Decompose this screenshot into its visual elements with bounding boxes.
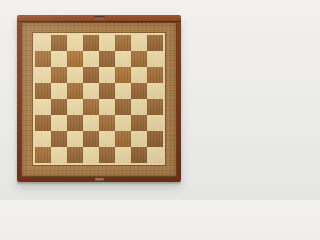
square-f7[interactable] [115, 51, 131, 67]
square-d6[interactable] [83, 67, 99, 83]
square-e6[interactable] [99, 67, 115, 83]
square-e4[interactable] [99, 99, 115, 115]
square-c5[interactable] [67, 83, 83, 99]
square-f5[interactable] [115, 83, 131, 99]
square-d4[interactable] [83, 99, 99, 115]
square-h6[interactable] [147, 67, 163, 83]
square-f6[interactable] [115, 67, 131, 83]
square-b4[interactable] [51, 99, 67, 115]
square-f2[interactable] [115, 131, 131, 147]
square-d7[interactable] [83, 51, 99, 67]
square-a8[interactable] [35, 35, 51, 51]
square-d5[interactable] [83, 83, 99, 99]
square-c8[interactable] [67, 35, 83, 51]
square-h7[interactable] [147, 51, 163, 67]
square-f1[interactable] [115, 147, 131, 163]
square-f3[interactable] [115, 115, 131, 131]
square-e5[interactable] [99, 83, 115, 99]
board-frame-border [21, 22, 177, 177]
square-a6[interactable] [35, 67, 51, 83]
square-f4[interactable] [115, 99, 131, 115]
square-b2[interactable] [51, 131, 67, 147]
square-c2[interactable] [67, 131, 83, 147]
square-b8[interactable] [51, 35, 67, 51]
square-g7[interactable] [131, 51, 147, 67]
square-h2[interactable] [147, 131, 163, 147]
square-g6[interactable] [131, 67, 147, 83]
square-b1[interactable] [51, 147, 67, 163]
square-a5[interactable] [35, 83, 51, 99]
square-h3[interactable] [147, 115, 163, 131]
square-h5[interactable] [147, 83, 163, 99]
square-c7[interactable] [67, 51, 83, 67]
square-c6[interactable] [67, 67, 83, 83]
square-f8[interactable] [115, 35, 131, 51]
chess-box [17, 15, 181, 182]
square-c3[interactable] [67, 115, 83, 131]
square-g2[interactable] [131, 131, 147, 147]
square-h4[interactable] [147, 99, 163, 115]
square-h8[interactable] [147, 35, 163, 51]
square-c4[interactable] [67, 99, 83, 115]
square-e3[interactable] [99, 115, 115, 131]
square-a4[interactable] [35, 99, 51, 115]
photo-background [0, 0, 200, 200]
square-g1[interactable] [131, 147, 147, 163]
board-inlay-line [33, 33, 165, 165]
square-d3[interactable] [83, 115, 99, 131]
square-d2[interactable] [83, 131, 99, 147]
square-e2[interactable] [99, 131, 115, 147]
square-d1[interactable] [83, 147, 99, 163]
square-a3[interactable] [35, 115, 51, 131]
chess-board-grid [35, 35, 163, 163]
square-b7[interactable] [51, 51, 67, 67]
square-g8[interactable] [131, 35, 147, 51]
square-a1[interactable] [35, 147, 51, 163]
hinge-notch [94, 16, 105, 20]
square-a7[interactable] [35, 51, 51, 67]
square-g5[interactable] [131, 83, 147, 99]
square-g4[interactable] [131, 99, 147, 115]
square-h1[interactable] [147, 147, 163, 163]
square-a2[interactable] [35, 131, 51, 147]
square-d8[interactable] [83, 35, 99, 51]
square-g3[interactable] [131, 115, 147, 131]
square-b5[interactable] [51, 83, 67, 99]
square-e1[interactable] [99, 147, 115, 163]
square-b6[interactable] [51, 67, 67, 83]
clasp-notch [95, 178, 104, 181]
square-c1[interactable] [67, 147, 83, 163]
square-e8[interactable] [99, 35, 115, 51]
square-b3[interactable] [51, 115, 67, 131]
square-e7[interactable] [99, 51, 115, 67]
